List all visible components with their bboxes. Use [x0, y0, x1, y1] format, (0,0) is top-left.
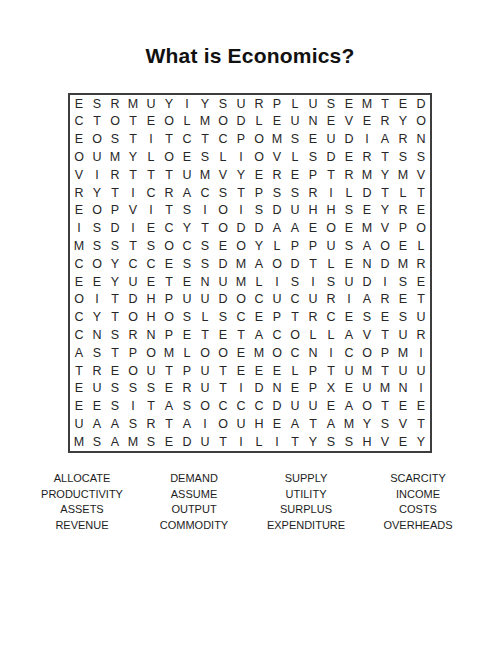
- grid-cell-r2c16[interactable]: V: [340, 113, 358, 131]
- grid-cell-r10c12[interactable]: O: [268, 255, 286, 273]
- grid-cell-r1c7[interactable]: I: [178, 95, 196, 113]
- grid-cell-r4c16[interactable]: E: [340, 148, 358, 166]
- grid-cell-r11c6[interactable]: T: [160, 273, 178, 291]
- grid-cell-r7c20[interactable]: E: [412, 202, 430, 220]
- grid-cell-r5c18[interactable]: Y: [376, 166, 394, 184]
- grid-cell-r14c7[interactable]: E: [178, 326, 196, 344]
- grid-cell-r8c6[interactable]: C: [160, 220, 178, 238]
- grid-cell-r19c5[interactable]: R: [142, 415, 160, 433]
- grid-cell-r12c8[interactable]: U: [196, 291, 214, 309]
- grid-cell-r16c14[interactable]: P: [304, 362, 322, 380]
- grid-cell-r15c16[interactable]: C: [340, 344, 358, 362]
- grid-cell-r18c14[interactable]: U: [304, 398, 322, 416]
- grid-cell-r11c18[interactable]: I: [376, 273, 394, 291]
- grid-cell-r20c9[interactable]: T: [214, 433, 232, 451]
- grid-cell-r10c15[interactable]: L: [322, 255, 340, 273]
- grid-cell-r6c13[interactable]: S: [286, 184, 304, 202]
- grid-cell-r15c2[interactable]: S: [88, 344, 106, 362]
- grid-cell-r16c4[interactable]: O: [124, 362, 142, 380]
- grid-cell-r11c7[interactable]: E: [178, 273, 196, 291]
- grid-cell-r13c5[interactable]: H: [142, 309, 160, 327]
- grid-cell-r10c17[interactable]: N: [358, 255, 376, 273]
- grid-cell-r11c15[interactable]: S: [322, 273, 340, 291]
- grid-cell-r15c13[interactable]: C: [286, 344, 304, 362]
- grid-cell-r8c8[interactable]: T: [196, 220, 214, 238]
- grid-cell-r1c10[interactable]: U: [232, 95, 250, 113]
- grid-cell-r4c14[interactable]: S: [304, 148, 322, 166]
- grid-cell-r13c9[interactable]: S: [214, 309, 232, 327]
- grid-cell-r10c8[interactable]: S: [196, 255, 214, 273]
- grid-cell-r17c11[interactable]: D: [250, 380, 268, 398]
- grid-cell-r8c13[interactable]: A: [286, 220, 304, 238]
- grid-cell-r6c7[interactable]: A: [178, 184, 196, 202]
- grid-cell-r14c11[interactable]: A: [250, 326, 268, 344]
- grid-cell-r19c19[interactable]: V: [394, 415, 412, 433]
- grid-cell-r18c4[interactable]: I: [124, 398, 142, 416]
- grid-cell-r11c1[interactable]: E: [70, 273, 88, 291]
- grid-cell-r7c19[interactable]: R: [394, 202, 412, 220]
- grid-cell-r11c11[interactable]: L: [250, 273, 268, 291]
- grid-cell-r2c15[interactable]: E: [322, 113, 340, 131]
- grid-cell-r12c14[interactable]: U: [304, 291, 322, 309]
- grid-cell-r6c11[interactable]: P: [250, 184, 268, 202]
- grid-cell-r18c8[interactable]: O: [196, 398, 214, 416]
- grid-cell-r16c20[interactable]: U: [412, 362, 430, 380]
- grid-cell-r7c4[interactable]: V: [124, 202, 142, 220]
- grid-cell-r10c6[interactable]: E: [160, 255, 178, 273]
- grid-cell-r3c20[interactable]: N: [412, 131, 430, 149]
- grid-cell-r17c14[interactable]: P: [304, 380, 322, 398]
- grid-cell-r18c5[interactable]: T: [142, 398, 160, 416]
- grid-cell-r5c20[interactable]: V: [412, 166, 430, 184]
- grid-cell-r18c13[interactable]: U: [286, 398, 304, 416]
- grid-cell-r14c6[interactable]: P: [160, 326, 178, 344]
- grid-cell-r8c17[interactable]: M: [358, 220, 376, 238]
- grid-cell-r6c14[interactable]: R: [304, 184, 322, 202]
- grid-cell-r16c8[interactable]: U: [196, 362, 214, 380]
- grid-cell-r13c13[interactable]: T: [286, 309, 304, 327]
- grid-cell-r8c18[interactable]: V: [376, 220, 394, 238]
- grid-cell-r16c12[interactable]: E: [268, 362, 286, 380]
- grid-cell-r4c5[interactable]: L: [142, 148, 160, 166]
- grid-cell-r4c8[interactable]: S: [196, 148, 214, 166]
- grid-cell-r11c9[interactable]: U: [214, 273, 232, 291]
- grid-cell-r13c12[interactable]: P: [268, 309, 286, 327]
- grid-cell-r13c2[interactable]: Y: [88, 309, 106, 327]
- grid-cell-r3c6[interactable]: T: [160, 131, 178, 149]
- grid-cell-r6c2[interactable]: Y: [88, 184, 106, 202]
- grid-cell-r15c1[interactable]: A: [70, 344, 88, 362]
- grid-cell-r17c12[interactable]: N: [268, 380, 286, 398]
- grid-cell-r17c15[interactable]: X: [322, 380, 340, 398]
- grid-cell-r5c11[interactable]: E: [250, 166, 268, 184]
- grid-cell-r14c18[interactable]: T: [376, 326, 394, 344]
- grid-cell-r8c16[interactable]: E: [340, 220, 358, 238]
- grid-cell-r11c3[interactable]: Y: [106, 273, 124, 291]
- grid-cell-r19c9[interactable]: O: [214, 415, 232, 433]
- grid-cell-r9c10[interactable]: O: [232, 237, 250, 255]
- grid-cell-r3c1[interactable]: E: [70, 131, 88, 149]
- grid-cell-r2c1[interactable]: C: [70, 113, 88, 131]
- grid-cell-r14c10[interactable]: T: [232, 326, 250, 344]
- grid-cell-r12c7[interactable]: U: [178, 291, 196, 309]
- grid-cell-r11c8[interactable]: N: [196, 273, 214, 291]
- grid-cell-r2c7[interactable]: L: [178, 113, 196, 131]
- grid-cell-r1c1[interactable]: E: [70, 95, 88, 113]
- grid-cell-r13c20[interactable]: U: [412, 309, 430, 327]
- grid-cell-r1c19[interactable]: E: [394, 95, 412, 113]
- grid-cell-r7c11[interactable]: S: [250, 202, 268, 220]
- grid-cell-r16c15[interactable]: T: [322, 362, 340, 380]
- grid-cell-r6c17[interactable]: D: [358, 184, 376, 202]
- grid-cell-r7c1[interactable]: E: [70, 202, 88, 220]
- grid-cell-r18c2[interactable]: E: [88, 398, 106, 416]
- grid-cell-r7c14[interactable]: H: [304, 202, 322, 220]
- grid-cell-r6c20[interactable]: T: [412, 184, 430, 202]
- grid-cell-r15c17[interactable]: O: [358, 344, 376, 362]
- grid-cell-r12c17[interactable]: A: [358, 291, 376, 309]
- grid-cell-r17c10[interactable]: I: [232, 380, 250, 398]
- grid-cell-r16c9[interactable]: T: [214, 362, 232, 380]
- grid-cell-r4c7[interactable]: E: [178, 148, 196, 166]
- grid-cell-r7c9[interactable]: O: [214, 202, 232, 220]
- grid-cell-r14c19[interactable]: U: [394, 326, 412, 344]
- grid-cell-r9c16[interactable]: S: [340, 237, 358, 255]
- grid-cell-r3c16[interactable]: D: [340, 131, 358, 149]
- grid-cell-r13c6[interactable]: O: [160, 309, 178, 327]
- grid-cell-r16c1[interactable]: T: [70, 362, 88, 380]
- grid-cell-r19c12[interactable]: E: [268, 415, 286, 433]
- grid-cell-r4c12[interactable]: V: [268, 148, 286, 166]
- grid-cell-r13c7[interactable]: S: [178, 309, 196, 327]
- grid-cell-r1c2[interactable]: S: [88, 95, 106, 113]
- grid-cell-r17c17[interactable]: U: [358, 380, 376, 398]
- grid-cell-r9c20[interactable]: L: [412, 237, 430, 255]
- grid-cell-r18c12[interactable]: D: [268, 398, 286, 416]
- grid-cell-r3c14[interactable]: E: [304, 131, 322, 149]
- grid-cell-r10c2[interactable]: O: [88, 255, 106, 273]
- grid-cell-r9c11[interactable]: Y: [250, 237, 268, 255]
- grid-cell-r10c7[interactable]: S: [178, 255, 196, 273]
- grid-cell-r2c13[interactable]: U: [286, 113, 304, 131]
- grid-cell-r13c17[interactable]: S: [358, 309, 376, 327]
- grid-cell-r7c15[interactable]: H: [322, 202, 340, 220]
- grid-cell-r11c20[interactable]: E: [412, 273, 430, 291]
- grid-cell-r12c4[interactable]: D: [124, 291, 142, 309]
- grid-cell-r15c18[interactable]: P: [376, 344, 394, 362]
- grid-cell-r14c17[interactable]: V: [358, 326, 376, 344]
- grid-cell-r16c11[interactable]: E: [250, 362, 268, 380]
- grid-cell-r11c5[interactable]: E: [142, 273, 160, 291]
- grid-cell-r13c10[interactable]: C: [232, 309, 250, 327]
- grid-cell-r18c17[interactable]: O: [358, 398, 376, 416]
- grid-cell-r12c20[interactable]: T: [412, 291, 430, 309]
- grid-cell-r19c10[interactable]: U: [232, 415, 250, 433]
- grid-cell-r20c4[interactable]: M: [124, 433, 142, 451]
- grid-cell-r8c12[interactable]: A: [268, 220, 286, 238]
- grid-cell-r1c3[interactable]: R: [106, 95, 124, 113]
- grid-cell-r2c2[interactable]: T: [88, 113, 106, 131]
- grid-cell-r17c4[interactable]: S: [124, 380, 142, 398]
- grid-cell-r17c3[interactable]: S: [106, 380, 124, 398]
- grid-cell-r17c8[interactable]: U: [196, 380, 214, 398]
- grid-cell-r4c15[interactable]: D: [322, 148, 340, 166]
- grid-cell-r8c20[interactable]: O: [412, 220, 430, 238]
- grid-cell-r5c8[interactable]: M: [196, 166, 214, 184]
- grid-cell-r13c18[interactable]: E: [376, 309, 394, 327]
- grid-cell-r2c5[interactable]: E: [142, 113, 160, 131]
- grid-cell-r8c14[interactable]: E: [304, 220, 322, 238]
- grid-cell-r13c16[interactable]: E: [340, 309, 358, 327]
- grid-cell-r4c17[interactable]: R: [358, 148, 376, 166]
- grid-cell-r16c16[interactable]: U: [340, 362, 358, 380]
- grid-cell-r1c5[interactable]: U: [142, 95, 160, 113]
- grid-cell-r20c5[interactable]: S: [142, 433, 160, 451]
- grid-cell-r4c18[interactable]: T: [376, 148, 394, 166]
- grid-cell-r14c15[interactable]: L: [322, 326, 340, 344]
- grid-cell-r11c17[interactable]: D: [358, 273, 376, 291]
- grid-cell-r3c8[interactable]: T: [196, 131, 214, 149]
- grid-cell-r5c12[interactable]: R: [268, 166, 286, 184]
- grid-cell-r11c19[interactable]: S: [394, 273, 412, 291]
- grid-cell-r5c9[interactable]: V: [214, 166, 232, 184]
- grid-cell-r9c9[interactable]: E: [214, 237, 232, 255]
- grid-cell-r17c13[interactable]: E: [286, 380, 304, 398]
- grid-cell-r19c4[interactable]: S: [124, 415, 142, 433]
- grid-cell-r3c5[interactable]: I: [142, 131, 160, 149]
- grid-cell-r20c16[interactable]: S: [340, 433, 358, 451]
- grid-cell-r1c8[interactable]: Y: [196, 95, 214, 113]
- grid-cell-r16c3[interactable]: E: [106, 362, 124, 380]
- grid-cell-r6c5[interactable]: C: [142, 184, 160, 202]
- grid-cell-r2c3[interactable]: O: [106, 113, 124, 131]
- grid-cell-r4c1[interactable]: O: [70, 148, 88, 166]
- grid-cell-r10c11[interactable]: A: [250, 255, 268, 273]
- grid-cell-r20c3[interactable]: A: [106, 433, 124, 451]
- grid-cell-r9c12[interactable]: L: [268, 237, 286, 255]
- grid-cell-r14c5[interactable]: N: [142, 326, 160, 344]
- grid-cell-r18c20[interactable]: E: [412, 398, 430, 416]
- grid-cell-r14c9[interactable]: E: [214, 326, 232, 344]
- grid-cell-r7c12[interactable]: D: [268, 202, 286, 220]
- grid-cell-r12c6[interactable]: P: [160, 291, 178, 309]
- grid-cell-r20c6[interactable]: E: [160, 433, 178, 451]
- grid-cell-r2c11[interactable]: L: [250, 113, 268, 131]
- grid-cell-r2c8[interactable]: M: [196, 113, 214, 131]
- grid-cell-r15c19[interactable]: M: [394, 344, 412, 362]
- grid-cell-r18c11[interactable]: C: [250, 398, 268, 416]
- grid-cell-r8c9[interactable]: O: [214, 220, 232, 238]
- grid-cell-r12c13[interactable]: C: [286, 291, 304, 309]
- grid-cell-r15c10[interactable]: E: [232, 344, 250, 362]
- grid-cell-r8c10[interactable]: D: [232, 220, 250, 238]
- grid-cell-r10c13[interactable]: D: [286, 255, 304, 273]
- grid-cell-r20c11[interactable]: L: [250, 433, 268, 451]
- grid-cell-r19c1[interactable]: U: [70, 415, 88, 433]
- grid-cell-r11c12[interactable]: I: [268, 273, 286, 291]
- grid-cell-r10c14[interactable]: T: [304, 255, 322, 273]
- grid-cell-r15c20[interactable]: I: [412, 344, 430, 362]
- grid-cell-r16c6[interactable]: T: [160, 362, 178, 380]
- grid-cell-r1c15[interactable]: S: [322, 95, 340, 113]
- grid-cell-r10c9[interactable]: D: [214, 255, 232, 273]
- grid-cell-r5c6[interactable]: T: [160, 166, 178, 184]
- grid-cell-r10c10[interactable]: M: [232, 255, 250, 273]
- grid-cell-r13c3[interactable]: T: [106, 309, 124, 327]
- grid-cell-r16c7[interactable]: P: [178, 362, 196, 380]
- grid-cell-r5c1[interactable]: V: [70, 166, 88, 184]
- grid-cell-r14c14[interactable]: L: [304, 326, 322, 344]
- grid-cell-r18c19[interactable]: E: [394, 398, 412, 416]
- grid-cell-r9c19[interactable]: E: [394, 237, 412, 255]
- grid-cell-r19c13[interactable]: A: [286, 415, 304, 433]
- grid-cell-r15c15[interactable]: I: [322, 344, 340, 362]
- grid-cell-r3c19[interactable]: R: [394, 131, 412, 149]
- grid-cell-r18c15[interactable]: E: [322, 398, 340, 416]
- grid-cell-r18c10[interactable]: C: [232, 398, 250, 416]
- grid-cell-r10c1[interactable]: C: [70, 255, 88, 273]
- grid-cell-r3c3[interactable]: S: [106, 131, 124, 149]
- grid-cell-r4c13[interactable]: L: [286, 148, 304, 166]
- grid-cell-r10c18[interactable]: D: [376, 255, 394, 273]
- grid-cell-r5c10[interactable]: Y: [232, 166, 250, 184]
- grid-cell-r1c11[interactable]: R: [250, 95, 268, 113]
- grid-cell-r19c2[interactable]: A: [88, 415, 106, 433]
- grid-cell-r17c1[interactable]: E: [70, 380, 88, 398]
- grid-cell-r10c3[interactable]: Y: [106, 255, 124, 273]
- grid-cell-r4c11[interactable]: O: [250, 148, 268, 166]
- grid-cell-r15c6[interactable]: M: [160, 344, 178, 362]
- grid-cell-r20c14[interactable]: Y: [304, 433, 322, 451]
- grid-cell-r3c10[interactable]: P: [232, 131, 250, 149]
- grid-cell-r6c1[interactable]: R: [70, 184, 88, 202]
- grid-cell-r12c16[interactable]: I: [340, 291, 358, 309]
- grid-cell-r11c4[interactable]: U: [124, 273, 142, 291]
- grid-cell-r16c17[interactable]: M: [358, 362, 376, 380]
- grid-cell-r6c10[interactable]: T: [232, 184, 250, 202]
- grid-cell-r18c3[interactable]: S: [106, 398, 124, 416]
- grid-cell-r15c12[interactable]: O: [268, 344, 286, 362]
- grid-cell-r6c15[interactable]: I: [322, 184, 340, 202]
- grid-cell-r6c8[interactable]: C: [196, 184, 214, 202]
- grid-cell-r1c16[interactable]: E: [340, 95, 358, 113]
- grid-cell-r16c10[interactable]: E: [232, 362, 250, 380]
- grid-cell-r5c15[interactable]: T: [322, 166, 340, 184]
- grid-cell-r10c5[interactable]: C: [142, 255, 160, 273]
- grid-cell-r3c15[interactable]: U: [322, 131, 340, 149]
- grid-cell-r4c4[interactable]: Y: [124, 148, 142, 166]
- grid-cell-r5c3[interactable]: R: [106, 166, 124, 184]
- grid-cell-r3c4[interactable]: T: [124, 131, 142, 149]
- grid-cell-r9c1[interactable]: M: [70, 237, 88, 255]
- grid-cell-r19c18[interactable]: S: [376, 415, 394, 433]
- grid-cell-r15c9[interactable]: O: [214, 344, 232, 362]
- grid-cell-r4c20[interactable]: S: [412, 148, 430, 166]
- grid-cell-r18c9[interactable]: C: [214, 398, 232, 416]
- grid-cell-r1c4[interactable]: M: [124, 95, 142, 113]
- grid-cell-r1c13[interactable]: L: [286, 95, 304, 113]
- grid-cell-r2c20[interactable]: O: [412, 113, 430, 131]
- grid-cell-r15c14[interactable]: N: [304, 344, 322, 362]
- grid-cell-r7c6[interactable]: T: [160, 202, 178, 220]
- grid-cell-r13c4[interactable]: O: [124, 309, 142, 327]
- grid-cell-r9c13[interactable]: P: [286, 237, 304, 255]
- grid-cell-r4c19[interactable]: S: [394, 148, 412, 166]
- grid-cell-r14c13[interactable]: O: [286, 326, 304, 344]
- grid-cell-r7c8[interactable]: I: [196, 202, 214, 220]
- grid-cell-r7c17[interactable]: E: [358, 202, 376, 220]
- grid-cell-r9c15[interactable]: U: [322, 237, 340, 255]
- grid-cell-r9c18[interactable]: O: [376, 237, 394, 255]
- grid-cell-r12c9[interactable]: D: [214, 291, 232, 309]
- grid-cell-r20c15[interactable]: S: [322, 433, 340, 451]
- grid-cell-r11c2[interactable]: E: [88, 273, 106, 291]
- grid-cell-r5c13[interactable]: E: [286, 166, 304, 184]
- grid-cell-r13c1[interactable]: C: [70, 309, 88, 327]
- grid-cell-r19c6[interactable]: T: [160, 415, 178, 433]
- grid-cell-r18c7[interactable]: S: [178, 398, 196, 416]
- grid-cell-r16c19[interactable]: U: [394, 362, 412, 380]
- grid-cell-r8c19[interactable]: P: [394, 220, 412, 238]
- grid-cell-r17c9[interactable]: T: [214, 380, 232, 398]
- grid-cell-r10c16[interactable]: E: [340, 255, 358, 273]
- grid-cell-r6c9[interactable]: S: [214, 184, 232, 202]
- grid-cell-r8c4[interactable]: I: [124, 220, 142, 238]
- grid-cell-r14c8[interactable]: T: [196, 326, 214, 344]
- grid-cell-r13c11[interactable]: E: [250, 309, 268, 327]
- grid-cell-r13c8[interactable]: L: [196, 309, 214, 327]
- grid-cell-r17c20[interactable]: I: [412, 380, 430, 398]
- grid-cell-r12c2[interactable]: I: [88, 291, 106, 309]
- grid-cell-r3c2[interactable]: O: [88, 131, 106, 149]
- grid-cell-r8c5[interactable]: E: [142, 220, 160, 238]
- grid-cell-r4c6[interactable]: O: [160, 148, 178, 166]
- grid-cell-r12c18[interactable]: R: [376, 291, 394, 309]
- grid-cell-r20c17[interactable]: H: [358, 433, 376, 451]
- grid-cell-r7c18[interactable]: Y: [376, 202, 394, 220]
- grid-cell-r10c19[interactable]: M: [394, 255, 412, 273]
- grid-cell-r8c11[interactable]: D: [250, 220, 268, 238]
- grid-cell-r5c17[interactable]: M: [358, 166, 376, 184]
- grid-cell-r19c17[interactable]: Y: [358, 415, 376, 433]
- grid-cell-r3c13[interactable]: S: [286, 131, 304, 149]
- grid-cell-r9c5[interactable]: S: [142, 237, 160, 255]
- grid-cell-r1c14[interactable]: U: [304, 95, 322, 113]
- grid-cell-r6c4[interactable]: I: [124, 184, 142, 202]
- grid-cell-r20c13[interactable]: T: [286, 433, 304, 451]
- grid-cell-r8c7[interactable]: Y: [178, 220, 196, 238]
- grid-cell-r3c17[interactable]: I: [358, 131, 376, 149]
- grid-cell-r18c1[interactable]: E: [70, 398, 88, 416]
- grid-cell-r17c18[interactable]: M: [376, 380, 394, 398]
- grid-cell-r20c18[interactable]: V: [376, 433, 394, 451]
- grid-cell-r17c6[interactable]: E: [160, 380, 178, 398]
- grid-cell-r6c19[interactable]: L: [394, 184, 412, 202]
- grid-cell-r4c2[interactable]: U: [88, 148, 106, 166]
- grid-cell-r1c6[interactable]: Y: [160, 95, 178, 113]
- grid-cell-r12c10[interactable]: O: [232, 291, 250, 309]
- grid-cell-r4c9[interactable]: L: [214, 148, 232, 166]
- grid-cell-r5c14[interactable]: P: [304, 166, 322, 184]
- grid-cell-r18c6[interactable]: A: [160, 398, 178, 416]
- grid-cell-r13c15[interactable]: C: [322, 309, 340, 327]
- grid-cell-r12c3[interactable]: T: [106, 291, 124, 309]
- grid-cell-r15c11[interactable]: M: [250, 344, 268, 362]
- grid-cell-r2c10[interactable]: D: [232, 113, 250, 131]
- grid-cell-r3c18[interactable]: A: [376, 131, 394, 149]
- grid-cell-r20c8[interactable]: U: [196, 433, 214, 451]
- grid-cell-r17c5[interactable]: S: [142, 380, 160, 398]
